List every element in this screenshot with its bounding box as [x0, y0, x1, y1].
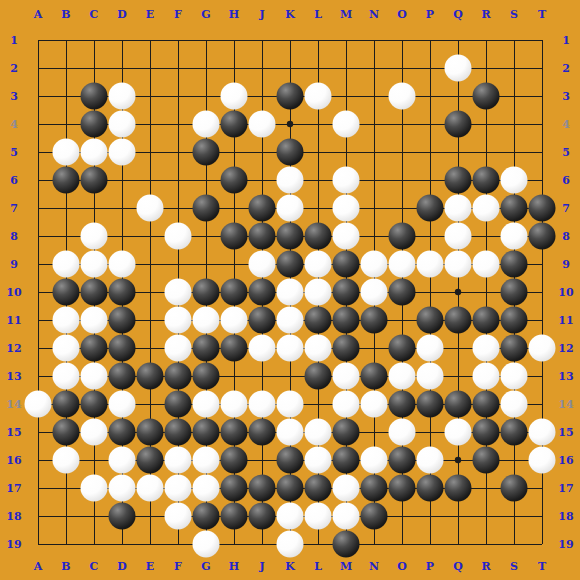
intersection-S18[interactable] — [500, 502, 528, 530]
intersection-R18[interactable] — [472, 502, 500, 530]
intersection-K12[interactable] — [276, 334, 304, 362]
intersection-A8[interactable] — [24, 222, 52, 250]
intersection-F8[interactable] — [164, 222, 192, 250]
intersection-G17[interactable] — [192, 474, 220, 502]
intersection-L16[interactable] — [304, 446, 332, 474]
intersection-G5[interactable] — [192, 138, 220, 166]
intersection-F18[interactable] — [164, 502, 192, 530]
intersection-H11[interactable] — [220, 306, 248, 334]
intersection-L11[interactable] — [304, 306, 332, 334]
intersection-Q16[interactable] — [444, 446, 472, 474]
intersection-P6[interactable] — [416, 166, 444, 194]
intersection-H6[interactable] — [220, 166, 248, 194]
intersection-A19[interactable] — [24, 530, 52, 558]
intersection-H10[interactable] — [220, 278, 248, 306]
intersection-D17[interactable] — [108, 474, 136, 502]
intersection-P8[interactable] — [416, 222, 444, 250]
intersection-T3[interactable] — [528, 82, 556, 110]
intersection-P14[interactable] — [416, 390, 444, 418]
intersection-J9[interactable] — [248, 250, 276, 278]
intersection-Q7[interactable] — [444, 194, 472, 222]
intersection-H4[interactable] — [220, 110, 248, 138]
intersection-R5[interactable] — [472, 138, 500, 166]
intersection-Q13[interactable] — [444, 362, 472, 390]
intersection-A16[interactable] — [24, 446, 52, 474]
intersection-D18[interactable] — [108, 502, 136, 530]
intersection-O13[interactable] — [388, 362, 416, 390]
intersection-G13[interactable] — [192, 362, 220, 390]
intersection-N19[interactable] — [360, 530, 388, 558]
intersection-P13[interactable] — [416, 362, 444, 390]
intersection-T15[interactable] — [528, 418, 556, 446]
intersection-T5[interactable] — [528, 138, 556, 166]
intersection-R16[interactable] — [472, 446, 500, 474]
intersection-L17[interactable] — [304, 474, 332, 502]
intersection-M2[interactable] — [332, 54, 360, 82]
intersection-F3[interactable] — [164, 82, 192, 110]
intersection-P5[interactable] — [416, 138, 444, 166]
intersection-O8[interactable] — [388, 222, 416, 250]
intersection-S1[interactable] — [500, 26, 528, 54]
intersection-O19[interactable] — [388, 530, 416, 558]
intersection-K16[interactable] — [276, 446, 304, 474]
intersection-H14[interactable] — [220, 390, 248, 418]
intersection-C18[interactable] — [80, 502, 108, 530]
intersection-J5[interactable] — [248, 138, 276, 166]
intersection-E18[interactable] — [136, 502, 164, 530]
intersection-K13[interactable] — [276, 362, 304, 390]
intersection-A13[interactable] — [24, 362, 52, 390]
intersection-R3[interactable] — [472, 82, 500, 110]
intersection-Q11[interactable] — [444, 306, 472, 334]
intersection-J13[interactable] — [248, 362, 276, 390]
intersection-G3[interactable] — [192, 82, 220, 110]
intersection-M19[interactable] — [332, 530, 360, 558]
intersection-J8[interactable] — [248, 222, 276, 250]
intersection-L13[interactable] — [304, 362, 332, 390]
intersection-L3[interactable] — [304, 82, 332, 110]
intersection-R12[interactable] — [472, 334, 500, 362]
intersection-P18[interactable] — [416, 502, 444, 530]
intersection-B6[interactable] — [52, 166, 80, 194]
intersection-O4[interactable] — [388, 110, 416, 138]
intersection-C9[interactable] — [80, 250, 108, 278]
intersection-K17[interactable] — [276, 474, 304, 502]
intersection-Q6[interactable] — [444, 166, 472, 194]
intersection-E2[interactable] — [136, 54, 164, 82]
intersection-E3[interactable] — [136, 82, 164, 110]
intersection-T17[interactable] — [528, 474, 556, 502]
intersection-Q18[interactable] — [444, 502, 472, 530]
intersection-H1[interactable] — [220, 26, 248, 54]
intersection-P15[interactable] — [416, 418, 444, 446]
intersection-D1[interactable] — [108, 26, 136, 54]
intersection-E6[interactable] — [136, 166, 164, 194]
intersection-O3[interactable] — [388, 82, 416, 110]
intersection-P4[interactable] — [416, 110, 444, 138]
intersection-J6[interactable] — [248, 166, 276, 194]
intersection-A18[interactable] — [24, 502, 52, 530]
intersection-S7[interactable] — [500, 194, 528, 222]
intersection-L14[interactable] — [304, 390, 332, 418]
intersection-E5[interactable] — [136, 138, 164, 166]
intersection-C6[interactable] — [80, 166, 108, 194]
intersection-N14[interactable] — [360, 390, 388, 418]
intersection-L9[interactable] — [304, 250, 332, 278]
intersection-L18[interactable] — [304, 502, 332, 530]
intersection-P3[interactable] — [416, 82, 444, 110]
intersection-A9[interactable] — [24, 250, 52, 278]
intersection-J15[interactable] — [248, 418, 276, 446]
intersection-G6[interactable] — [192, 166, 220, 194]
intersection-C2[interactable] — [80, 54, 108, 82]
intersection-M8[interactable] — [332, 222, 360, 250]
intersection-G11[interactable] — [192, 306, 220, 334]
intersection-R15[interactable] — [472, 418, 500, 446]
intersection-P2[interactable] — [416, 54, 444, 82]
intersection-L7[interactable] — [304, 194, 332, 222]
intersection-N18[interactable] — [360, 502, 388, 530]
intersection-D3[interactable] — [108, 82, 136, 110]
intersection-N9[interactable] — [360, 250, 388, 278]
intersection-K6[interactable] — [276, 166, 304, 194]
intersection-R6[interactable] — [472, 166, 500, 194]
intersection-L5[interactable] — [304, 138, 332, 166]
intersection-D8[interactable] — [108, 222, 136, 250]
intersection-G18[interactable] — [192, 502, 220, 530]
intersection-C15[interactable] — [80, 418, 108, 446]
intersection-H8[interactable] — [220, 222, 248, 250]
intersection-K7[interactable] — [276, 194, 304, 222]
intersection-O11[interactable] — [388, 306, 416, 334]
intersection-H9[interactable] — [220, 250, 248, 278]
intersection-F11[interactable] — [164, 306, 192, 334]
intersection-S12[interactable] — [500, 334, 528, 362]
intersection-P19[interactable] — [416, 530, 444, 558]
intersection-N17[interactable] — [360, 474, 388, 502]
intersection-C16[interactable] — [80, 446, 108, 474]
intersection-J17[interactable] — [248, 474, 276, 502]
intersection-K5[interactable] — [276, 138, 304, 166]
intersection-N6[interactable] — [360, 166, 388, 194]
intersection-L15[interactable] — [304, 418, 332, 446]
intersection-R17[interactable] — [472, 474, 500, 502]
intersection-O15[interactable] — [388, 418, 416, 446]
intersection-T14[interactable] — [528, 390, 556, 418]
intersection-P17[interactable] — [416, 474, 444, 502]
intersection-A12[interactable] — [24, 334, 52, 362]
intersection-E11[interactable] — [136, 306, 164, 334]
intersection-D6[interactable] — [108, 166, 136, 194]
intersection-C11[interactable] — [80, 306, 108, 334]
intersection-N11[interactable] — [360, 306, 388, 334]
intersection-Q9[interactable] — [444, 250, 472, 278]
intersection-K4[interactable] — [276, 110, 304, 138]
intersection-T16[interactable] — [528, 446, 556, 474]
intersection-K14[interactable] — [276, 390, 304, 418]
intersection-A5[interactable] — [24, 138, 52, 166]
intersection-L12[interactable] — [304, 334, 332, 362]
intersection-R13[interactable] — [472, 362, 500, 390]
intersection-E15[interactable] — [136, 418, 164, 446]
intersection-S6[interactable] — [500, 166, 528, 194]
intersection-R2[interactable] — [472, 54, 500, 82]
intersection-H13[interactable] — [220, 362, 248, 390]
intersection-G12[interactable] — [192, 334, 220, 362]
intersection-J1[interactable] — [248, 26, 276, 54]
intersection-K15[interactable] — [276, 418, 304, 446]
intersection-T19[interactable] — [528, 530, 556, 558]
intersection-C8[interactable] — [80, 222, 108, 250]
intersection-B11[interactable] — [52, 306, 80, 334]
intersection-J7[interactable] — [248, 194, 276, 222]
intersection-O1[interactable] — [388, 26, 416, 54]
intersection-J18[interactable] — [248, 502, 276, 530]
intersection-T18[interactable] — [528, 502, 556, 530]
intersection-C5[interactable] — [80, 138, 108, 166]
intersection-M11[interactable] — [332, 306, 360, 334]
intersection-B16[interactable] — [52, 446, 80, 474]
intersection-F4[interactable] — [164, 110, 192, 138]
intersection-F19[interactable] — [164, 530, 192, 558]
intersection-E10[interactable] — [136, 278, 164, 306]
intersection-A2[interactable] — [24, 54, 52, 82]
intersection-S4[interactable] — [500, 110, 528, 138]
intersection-A3[interactable] — [24, 82, 52, 110]
intersection-Q15[interactable] — [444, 418, 472, 446]
intersection-B17[interactable] — [52, 474, 80, 502]
intersection-G1[interactable] — [192, 26, 220, 54]
intersection-D14[interactable] — [108, 390, 136, 418]
intersection-C12[interactable] — [80, 334, 108, 362]
intersection-H5[interactable] — [220, 138, 248, 166]
intersection-D19[interactable] — [108, 530, 136, 558]
intersection-P12[interactable] — [416, 334, 444, 362]
intersection-J14[interactable] — [248, 390, 276, 418]
intersection-H15[interactable] — [220, 418, 248, 446]
intersection-C14[interactable] — [80, 390, 108, 418]
intersection-O6[interactable] — [388, 166, 416, 194]
intersection-Q4[interactable] — [444, 110, 472, 138]
intersection-F13[interactable] — [164, 362, 192, 390]
intersection-P16[interactable] — [416, 446, 444, 474]
intersection-O7[interactable] — [388, 194, 416, 222]
intersection-T2[interactable] — [528, 54, 556, 82]
intersection-D4[interactable] — [108, 110, 136, 138]
intersection-C1[interactable] — [80, 26, 108, 54]
intersection-N7[interactable] — [360, 194, 388, 222]
intersection-E19[interactable] — [136, 530, 164, 558]
intersection-T12[interactable] — [528, 334, 556, 362]
intersection-P1[interactable] — [416, 26, 444, 54]
intersection-M16[interactable] — [332, 446, 360, 474]
intersection-B7[interactable] — [52, 194, 80, 222]
intersection-T10[interactable] — [528, 278, 556, 306]
intersection-R8[interactable] — [472, 222, 500, 250]
intersection-L6[interactable] — [304, 166, 332, 194]
intersection-K8[interactable] — [276, 222, 304, 250]
intersection-D9[interactable] — [108, 250, 136, 278]
intersection-L4[interactable] — [304, 110, 332, 138]
intersection-H16[interactable] — [220, 446, 248, 474]
intersection-B5[interactable] — [52, 138, 80, 166]
intersection-Q12[interactable] — [444, 334, 472, 362]
intersection-N2[interactable] — [360, 54, 388, 82]
intersection-T6[interactable] — [528, 166, 556, 194]
intersection-S3[interactable] — [500, 82, 528, 110]
intersection-N1[interactable] — [360, 26, 388, 54]
intersection-F1[interactable] — [164, 26, 192, 54]
intersection-E8[interactable] — [136, 222, 164, 250]
intersection-R4[interactable] — [472, 110, 500, 138]
intersection-G8[interactable] — [192, 222, 220, 250]
intersection-M15[interactable] — [332, 418, 360, 446]
intersection-J2[interactable] — [248, 54, 276, 82]
intersection-F6[interactable] — [164, 166, 192, 194]
intersection-D13[interactable] — [108, 362, 136, 390]
intersection-G4[interactable] — [192, 110, 220, 138]
intersection-F7[interactable] — [164, 194, 192, 222]
intersection-J19[interactable] — [248, 530, 276, 558]
intersection-A6[interactable] — [24, 166, 52, 194]
intersection-Q3[interactable] — [444, 82, 472, 110]
intersection-T1[interactable] — [528, 26, 556, 54]
intersection-D11[interactable] — [108, 306, 136, 334]
intersection-N4[interactable] — [360, 110, 388, 138]
intersection-K10[interactable] — [276, 278, 304, 306]
intersection-M1[interactable] — [332, 26, 360, 54]
intersection-R9[interactable] — [472, 250, 500, 278]
intersection-Q1[interactable] — [444, 26, 472, 54]
intersection-L2[interactable] — [304, 54, 332, 82]
intersection-O2[interactable] — [388, 54, 416, 82]
intersection-B18[interactable] — [52, 502, 80, 530]
intersection-S17[interactable] — [500, 474, 528, 502]
intersection-O12[interactable] — [388, 334, 416, 362]
intersection-P11[interactable] — [416, 306, 444, 334]
intersection-M12[interactable] — [332, 334, 360, 362]
intersection-O17[interactable] — [388, 474, 416, 502]
intersection-A11[interactable] — [24, 306, 52, 334]
intersection-J10[interactable] — [248, 278, 276, 306]
intersection-O18[interactable] — [388, 502, 416, 530]
intersection-K19[interactable] — [276, 530, 304, 558]
intersection-B3[interactable] — [52, 82, 80, 110]
intersection-C10[interactable] — [80, 278, 108, 306]
intersection-B9[interactable] — [52, 250, 80, 278]
intersection-E13[interactable] — [136, 362, 164, 390]
intersection-D16[interactable] — [108, 446, 136, 474]
intersection-M18[interactable] — [332, 502, 360, 530]
intersection-K2[interactable] — [276, 54, 304, 82]
intersection-E17[interactable] — [136, 474, 164, 502]
intersection-H19[interactable] — [220, 530, 248, 558]
intersection-G19[interactable] — [192, 530, 220, 558]
intersection-B2[interactable] — [52, 54, 80, 82]
intersection-N3[interactable] — [360, 82, 388, 110]
intersection-Q8[interactable] — [444, 222, 472, 250]
intersection-H12[interactable] — [220, 334, 248, 362]
intersection-T9[interactable] — [528, 250, 556, 278]
intersection-T7[interactable] — [528, 194, 556, 222]
intersection-M13[interactable] — [332, 362, 360, 390]
intersection-G10[interactable] — [192, 278, 220, 306]
intersection-D5[interactable] — [108, 138, 136, 166]
intersection-C13[interactable] — [80, 362, 108, 390]
intersection-N8[interactable] — [360, 222, 388, 250]
intersection-J16[interactable] — [248, 446, 276, 474]
intersection-L1[interactable] — [304, 26, 332, 54]
intersection-H7[interactable] — [220, 194, 248, 222]
intersection-R7[interactable] — [472, 194, 500, 222]
intersection-J4[interactable] — [248, 110, 276, 138]
intersection-M4[interactable] — [332, 110, 360, 138]
intersection-S19[interactable] — [500, 530, 528, 558]
intersection-B14[interactable] — [52, 390, 80, 418]
intersection-K18[interactable] — [276, 502, 304, 530]
intersection-A4[interactable] — [24, 110, 52, 138]
intersection-G15[interactable] — [192, 418, 220, 446]
intersection-N16[interactable] — [360, 446, 388, 474]
intersection-S2[interactable] — [500, 54, 528, 82]
intersection-C7[interactable] — [80, 194, 108, 222]
intersection-E14[interactable] — [136, 390, 164, 418]
intersection-Q10[interactable] — [444, 278, 472, 306]
intersection-B12[interactable] — [52, 334, 80, 362]
intersection-T11[interactable] — [528, 306, 556, 334]
intersection-H18[interactable] — [220, 502, 248, 530]
intersection-B19[interactable] — [52, 530, 80, 558]
intersection-F14[interactable] — [164, 390, 192, 418]
intersection-D2[interactable] — [108, 54, 136, 82]
intersection-O14[interactable] — [388, 390, 416, 418]
intersection-F2[interactable] — [164, 54, 192, 82]
intersection-K9[interactable] — [276, 250, 304, 278]
intersection-F12[interactable] — [164, 334, 192, 362]
intersection-S15[interactable] — [500, 418, 528, 446]
intersection-B10[interactable] — [52, 278, 80, 306]
intersection-N5[interactable] — [360, 138, 388, 166]
intersection-D7[interactable] — [108, 194, 136, 222]
intersection-J3[interactable] — [248, 82, 276, 110]
intersection-L8[interactable] — [304, 222, 332, 250]
intersection-N12[interactable] — [360, 334, 388, 362]
intersection-K11[interactable] — [276, 306, 304, 334]
intersection-N10[interactable] — [360, 278, 388, 306]
intersection-S10[interactable] — [500, 278, 528, 306]
intersection-E1[interactable] — [136, 26, 164, 54]
intersection-A10[interactable] — [24, 278, 52, 306]
intersection-H3[interactable] — [220, 82, 248, 110]
intersection-S16[interactable] — [500, 446, 528, 474]
intersection-S9[interactable] — [500, 250, 528, 278]
intersection-A7[interactable] — [24, 194, 52, 222]
intersection-P10[interactable] — [416, 278, 444, 306]
intersection-E16[interactable] — [136, 446, 164, 474]
intersection-S13[interactable] — [500, 362, 528, 390]
intersection-M14[interactable] — [332, 390, 360, 418]
intersection-F10[interactable] — [164, 278, 192, 306]
intersection-M7[interactable] — [332, 194, 360, 222]
intersection-H17[interactable] — [220, 474, 248, 502]
intersection-O16[interactable] — [388, 446, 416, 474]
intersection-G2[interactable] — [192, 54, 220, 82]
intersection-R11[interactable] — [472, 306, 500, 334]
intersection-S8[interactable] — [500, 222, 528, 250]
intersection-A1[interactable] — [24, 26, 52, 54]
intersection-O10[interactable] — [388, 278, 416, 306]
intersection-H2[interactable] — [220, 54, 248, 82]
